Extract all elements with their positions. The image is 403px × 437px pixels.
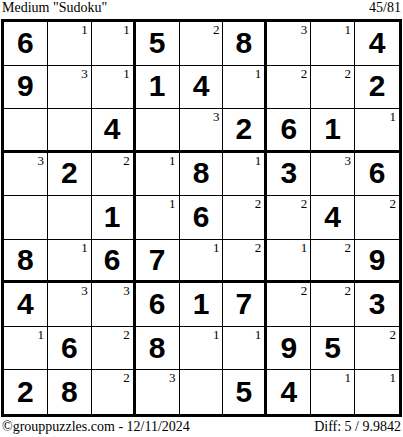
- cell-r2c6[interactable]: 1: [223, 66, 267, 110]
- cell-r8c6[interactable]: 1: [223, 327, 267, 371]
- cell-value: 4: [280, 377, 297, 407]
- corner-mark: 2: [345, 66, 352, 81]
- cell-value: 6: [193, 202, 210, 232]
- cell-value: 1: [324, 114, 341, 144]
- corner-mark: 1: [345, 370, 352, 385]
- progress-counter: 45/81: [369, 0, 402, 16]
- cell-r2c3[interactable]: 1: [92, 66, 136, 110]
- cell-r8c3[interactable]: 2: [92, 327, 136, 371]
- corner-mark: 1: [81, 22, 88, 37]
- header: Medium "Sudoku" 45/81: [1, 0, 402, 19]
- corner-mark: 1: [123, 66, 130, 81]
- cell-r9c1: 2: [4, 370, 48, 414]
- cell-value: 3: [369, 289, 386, 319]
- cell-value: 2: [17, 377, 34, 407]
- sudoku-board: 6115283149311412224326113221813361162242…: [1, 19, 402, 417]
- footer: ©grouppuzzles.com - 12/11/2024 Diff: 5 /…: [1, 419, 402, 434]
- cell-r7c8[interactable]: 2: [311, 283, 355, 327]
- cell-r1c8[interactable]: 1: [311, 22, 355, 66]
- cell-r8c4: 8: [136, 327, 180, 371]
- corner-mark: 3: [169, 370, 176, 385]
- cell-r4c5: 8: [180, 153, 224, 197]
- corner-mark: 2: [255, 240, 262, 255]
- cell-r4c8[interactable]: 3: [311, 153, 355, 197]
- cell-value: 2: [236, 114, 253, 144]
- cell-r4c6[interactable]: 1: [223, 153, 267, 197]
- corner-mark: 2: [390, 196, 397, 211]
- cell-r8c5[interactable]: 1: [180, 327, 224, 371]
- cell-r9c8[interactable]: 1: [311, 370, 355, 414]
- cell-value: 6: [61, 333, 78, 363]
- cell-r2c5: 4: [180, 66, 224, 110]
- cell-r5c4[interactable]: 1: [136, 196, 180, 240]
- cell-r7c9: 3: [355, 283, 399, 327]
- cell-value: 5: [324, 333, 341, 363]
- puzzle-title: Medium "Sudoku": [1, 0, 107, 16]
- cell-value: 3: [280, 158, 297, 188]
- cell-value: 2: [61, 158, 78, 188]
- cell-value: 6: [104, 245, 121, 275]
- cell-r7c7[interactable]: 2: [267, 283, 311, 327]
- cell-r1c5[interactable]: 2: [180, 22, 224, 66]
- corner-mark: 3: [345, 153, 352, 168]
- corner-mark: 2: [123, 370, 130, 385]
- cell-r3c7: 6: [267, 109, 311, 153]
- cell-r6c5[interactable]: 1: [180, 240, 224, 284]
- corner-mark: 2: [301, 196, 308, 211]
- cell-r4c4[interactable]: 1: [136, 153, 180, 197]
- cell-r6c1: 8: [4, 240, 48, 284]
- corner-mark: 2: [345, 240, 352, 255]
- cell-value: 1: [193, 289, 210, 319]
- cell-r1c7[interactable]: 3: [267, 22, 311, 66]
- cell-r5c6[interactable]: 2: [223, 196, 267, 240]
- cell-value: 5: [149, 28, 166, 58]
- cell-r5c3: 1: [92, 196, 136, 240]
- cell-r7c4: 6: [136, 283, 180, 327]
- cell-value: 1: [104, 202, 121, 232]
- cell-r9c6: 5: [223, 370, 267, 414]
- cell-value: 1: [149, 71, 166, 101]
- cell-r5c7[interactable]: 2: [267, 196, 311, 240]
- sudoku-page: Medium "Sudoku" 45/81 611528314931141222…: [0, 0, 403, 437]
- cell-r6c9: 9: [355, 240, 399, 284]
- cell-value: 8: [17, 245, 34, 275]
- cell-r3c1[interactable]: [4, 109, 48, 153]
- cell-value: 4: [17, 289, 34, 319]
- corner-mark: 1: [123, 22, 130, 37]
- corner-mark: 1: [213, 327, 220, 342]
- cell-value: 6: [280, 114, 297, 144]
- cell-r6c7[interactable]: 1: [267, 240, 311, 284]
- corner-mark: 1: [345, 22, 352, 37]
- corner-mark: 3: [81, 283, 88, 298]
- cell-r4c7: 3: [267, 153, 311, 197]
- cell-r9c3[interactable]: 2: [92, 370, 136, 414]
- cell-value: 8: [149, 333, 166, 363]
- cell-r1c6: 8: [223, 22, 267, 66]
- cell-r8c9[interactable]: 2: [355, 327, 399, 371]
- cell-r8c2: 6: [48, 327, 92, 371]
- corner-mark: 2: [123, 327, 130, 342]
- cell-r8c7: 9: [267, 327, 311, 371]
- cell-r7c1: 4: [4, 283, 48, 327]
- cell-value: 6: [369, 158, 386, 188]
- cell-r8c8: 5: [311, 327, 355, 371]
- cell-value: 6: [149, 289, 166, 319]
- cell-r2c9: 2: [355, 66, 399, 110]
- cell-r3c5[interactable]: 3: [180, 109, 224, 153]
- corner-mark: 2: [390, 327, 397, 342]
- corner-mark: 3: [213, 109, 220, 124]
- cell-r9c9[interactable]: 1: [355, 370, 399, 414]
- cell-value: 4: [324, 202, 341, 232]
- cell-r6c2[interactable]: 1: [48, 240, 92, 284]
- cell-r3c2[interactable]: [48, 109, 92, 153]
- cell-r4c2: 2: [48, 153, 92, 197]
- corner-mark: 2: [345, 283, 352, 298]
- cell-r7c3[interactable]: 3: [92, 283, 136, 327]
- corner-mark: 1: [37, 327, 44, 342]
- cell-r9c2: 8: [48, 370, 92, 414]
- cell-value: 4: [369, 28, 386, 58]
- cell-r9c5[interactable]: [180, 370, 224, 414]
- cell-r5c9[interactable]: 2: [355, 196, 399, 240]
- corner-mark: 2: [123, 153, 130, 168]
- cell-r6c6[interactable]: 2: [223, 240, 267, 284]
- cell-r2c2[interactable]: 3: [48, 66, 92, 110]
- cell-r1c1: 6: [4, 22, 48, 66]
- cell-r1c2[interactable]: 1: [48, 22, 92, 66]
- cell-r9c4[interactable]: 3: [136, 370, 180, 414]
- cell-r3c8: 1: [311, 109, 355, 153]
- cell-r9c7: 4: [267, 370, 311, 414]
- cell-r6c8[interactable]: 2: [311, 240, 355, 284]
- corner-mark: 1: [169, 196, 176, 211]
- corner-mark: 1: [213, 240, 220, 255]
- cell-r7c2[interactable]: 3: [48, 283, 92, 327]
- corner-mark: 1: [255, 66, 262, 81]
- cell-value: 4: [193, 71, 210, 101]
- cell-value: 6: [17, 28, 34, 58]
- cell-value: 2: [369, 71, 386, 101]
- cell-r2c4: 1: [136, 66, 180, 110]
- cell-value: 5: [236, 377, 253, 407]
- corner-mark: 3: [81, 66, 88, 81]
- cell-r4c3[interactable]: 2: [92, 153, 136, 197]
- cell-r4c1[interactable]: 3: [4, 153, 48, 197]
- difficulty-text: Diff: 5 / 9.9842: [314, 419, 402, 434]
- corner-mark: 2: [255, 196, 262, 211]
- corner-mark: 1: [301, 240, 308, 255]
- cell-value: 4: [104, 114, 121, 144]
- cell-r6c4: 7: [136, 240, 180, 284]
- cell-r5c8: 4: [311, 196, 355, 240]
- cell-r2c1: 9: [4, 66, 48, 110]
- copyright-text: ©grouppuzzles.com - 12/11/2024: [1, 419, 190, 434]
- cell-value: 7: [149, 245, 166, 275]
- corner-mark: 3: [123, 283, 130, 298]
- cell-r6c3: 6: [92, 240, 136, 284]
- cell-value: 9: [17, 71, 34, 101]
- corner-mark: 1: [81, 240, 88, 255]
- corner-mark: 2: [301, 283, 308, 298]
- corner-mark: 1: [390, 370, 397, 385]
- corner-mark: 2: [301, 66, 308, 81]
- cell-r3c6: 2: [223, 109, 267, 153]
- corner-mark: 3: [37, 153, 44, 168]
- corner-mark: 1: [255, 327, 262, 342]
- cell-r5c1[interactable]: [4, 196, 48, 240]
- cell-r3c4[interactable]: [136, 109, 180, 153]
- cell-r3c9[interactable]: 1: [355, 109, 399, 153]
- cell-value: 8: [193, 158, 210, 188]
- cell-r7c5: 1: [180, 283, 224, 327]
- corner-mark: 1: [255, 153, 262, 168]
- corner-mark: 3: [301, 22, 308, 37]
- cell-r1c9: 4: [355, 22, 399, 66]
- cell-r1c4: 5: [136, 22, 180, 66]
- cell-r3c3: 4: [92, 109, 136, 153]
- cell-r5c5: 6: [180, 196, 224, 240]
- corner-mark: 2: [213, 22, 220, 37]
- cell-r2c8[interactable]: 2: [311, 66, 355, 110]
- corner-mark: 1: [169, 153, 176, 168]
- cell-value: 7: [236, 289, 253, 319]
- corner-mark: 1: [390, 109, 397, 124]
- cell-r7c6: 7: [223, 283, 267, 327]
- cell-value: 9: [369, 245, 386, 275]
- cell-r4c9: 6: [355, 153, 399, 197]
- cell-value: 8: [61, 377, 78, 407]
- cell-value: 9: [280, 333, 297, 363]
- cell-r1c3[interactable]: 1: [92, 22, 136, 66]
- cell-r5c2[interactable]: [48, 196, 92, 240]
- cell-r2c7[interactable]: 2: [267, 66, 311, 110]
- cell-r8c1[interactable]: 1: [4, 327, 48, 371]
- cell-value: 8: [236, 28, 253, 58]
